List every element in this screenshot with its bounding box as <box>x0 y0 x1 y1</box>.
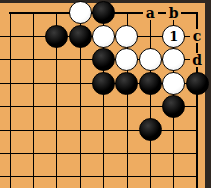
board-point-1-0[interactable] <box>22 1 45 24</box>
black-stone <box>45 25 68 48</box>
board-point-3-2[interactable] <box>68 48 91 71</box>
board-point-0-7[interactable] <box>0 165 22 188</box>
board-point-4-5[interactable] <box>92 118 115 141</box>
board-point-5-3[interactable] <box>115 71 138 94</box>
board-point-5-7[interactable] <box>115 165 138 188</box>
board-point-4-7[interactable] <box>92 165 115 188</box>
board-point-3-1[interactable] <box>68 25 91 48</box>
black-stone <box>186 72 209 95</box>
board-point-1-5[interactable] <box>22 118 45 141</box>
board-point-1-6[interactable] <box>22 142 45 165</box>
board-point-6-5[interactable] <box>139 118 162 141</box>
board-point-8-5[interactable] <box>185 118 208 141</box>
board-point-3-6[interactable] <box>68 142 91 165</box>
board-point-0-5[interactable] <box>0 118 22 141</box>
board-point-6-4[interactable] <box>139 95 162 118</box>
board-point-3-3[interactable] <box>68 71 91 94</box>
board-point-6-1[interactable] <box>139 25 162 48</box>
board-point-0-0[interactable] <box>0 1 22 24</box>
white-stone-move-1: 1 <box>162 25 185 48</box>
board-point-0-6[interactable] <box>0 142 22 165</box>
black-stone <box>162 95 185 118</box>
board-point-3-0[interactable] <box>68 1 91 24</box>
point-label-c: c <box>190 29 205 43</box>
board-point-2-4[interactable] <box>45 95 68 118</box>
board-point-7-5[interactable] <box>162 118 185 141</box>
board-point-7-7[interactable] <box>162 165 185 188</box>
white-stone <box>115 48 138 71</box>
board-point-8-4[interactable] <box>185 95 208 118</box>
board-grid: ab1cd <box>0 1 209 188</box>
black-stone <box>139 118 162 141</box>
board-point-4-0[interactable] <box>92 1 115 24</box>
white-stone <box>115 25 138 48</box>
board-point-1-3[interactable] <box>22 71 45 94</box>
board-point-2-1[interactable] <box>45 25 68 48</box>
board-point-6-3[interactable] <box>139 71 162 94</box>
board-point-4-6[interactable] <box>92 142 115 165</box>
board-point-3-4[interactable] <box>68 95 91 118</box>
board-point-1-4[interactable] <box>22 95 45 118</box>
board-point-7-3[interactable] <box>162 71 185 94</box>
black-stone <box>139 72 162 95</box>
white-stone <box>69 1 92 24</box>
board-point-5-6[interactable] <box>115 142 138 165</box>
board-point-8-7[interactable] <box>185 165 208 188</box>
black-stone <box>69 25 92 48</box>
board-point-2-3[interactable] <box>45 71 68 94</box>
go-board-diagram: ab1cd <box>0 0 211 188</box>
board-point-5-1[interactable] <box>115 25 138 48</box>
board-point-4-4[interactable] <box>92 95 115 118</box>
board-point-2-7[interactable] <box>45 165 68 188</box>
board-point-1-2[interactable] <box>22 48 45 71</box>
board-point-5-0[interactable] <box>115 1 138 24</box>
board-point-4-1[interactable] <box>92 25 115 48</box>
board-point-5-5[interactable] <box>115 118 138 141</box>
point-label-d: d <box>190 53 205 67</box>
board-point-5-2[interactable] <box>115 48 138 71</box>
board-point-7-0[interactable]: b <box>162 1 185 24</box>
board-point-0-2[interactable] <box>0 48 22 71</box>
black-stone <box>92 72 115 95</box>
board-point-0-3[interactable] <box>0 71 22 94</box>
board-point-6-6[interactable] <box>139 142 162 165</box>
white-stone <box>139 48 162 71</box>
white-stone <box>162 48 185 71</box>
board-point-8-1[interactable]: c <box>185 25 208 48</box>
board-point-1-7[interactable] <box>22 165 45 188</box>
board-point-3-7[interactable] <box>68 165 91 188</box>
board-point-5-4[interactable] <box>115 95 138 118</box>
board-point-7-6[interactable] <box>162 142 185 165</box>
white-stone <box>162 72 185 95</box>
board-point-8-0[interactable] <box>185 1 208 24</box>
board-point-6-7[interactable] <box>139 165 162 188</box>
board-point-0-4[interactable] <box>0 95 22 118</box>
board-point-2-5[interactable] <box>45 118 68 141</box>
board-point-7-4[interactable] <box>162 95 185 118</box>
board-point-4-2[interactable] <box>92 48 115 71</box>
board-point-6-0[interactable]: a <box>139 1 162 24</box>
board-point-8-2[interactable]: d <box>185 48 208 71</box>
board-point-8-3[interactable] <box>185 71 208 94</box>
board-point-7-1[interactable]: 1 <box>162 25 185 48</box>
board-point-2-2[interactable] <box>45 48 68 71</box>
board-point-4-3[interactable] <box>92 71 115 94</box>
board-point-2-0[interactable] <box>45 1 68 24</box>
white-stone <box>92 25 115 48</box>
board-point-0-1[interactable] <box>0 25 22 48</box>
board-point-8-6[interactable] <box>185 142 208 165</box>
board-point-2-6[interactable] <box>45 142 68 165</box>
black-stone <box>115 72 138 95</box>
board-point-1-1[interactable] <box>22 25 45 48</box>
board-point-3-5[interactable] <box>68 118 91 141</box>
black-stone <box>92 1 115 24</box>
point-label-a: a <box>143 6 158 20</box>
point-label-b: b <box>166 6 181 20</box>
board-point-7-2[interactable] <box>162 48 185 71</box>
board-point-6-2[interactable] <box>139 48 162 71</box>
black-stone <box>92 48 115 71</box>
